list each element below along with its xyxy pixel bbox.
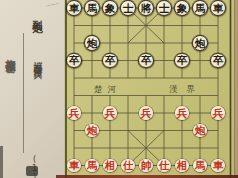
piece-red-r9c7: 馬 bbox=[193, 159, 207, 173]
book-title: 梅花谱探秘 bbox=[3, 51, 17, 56]
board-intersection: 卒 bbox=[209, 52, 227, 70]
board-intersection bbox=[119, 17, 137, 35]
board-intersection: 車 bbox=[65, 157, 83, 175]
board-intersection bbox=[209, 122, 227, 140]
variation-title: 巡河车双车守河口换兵 bbox=[31, 54, 44, 64]
board-intersection: 仕 bbox=[119, 157, 137, 175]
pieces-grid: 車馬象士將士象馬車炮炮卒卒卒卒卒兵兵兵兵兵炮炮車馬相仕帥仕相馬車 bbox=[65, 0, 227, 174]
page-bottom-edge bbox=[56, 175, 238, 178]
piece-black-r0c5: 士 bbox=[156, 0, 172, 16]
board-intersection bbox=[155, 104, 173, 122]
board-intersection: 車 bbox=[209, 0, 227, 17]
board-intersection bbox=[137, 122, 155, 140]
board-intersection: 仕 bbox=[155, 157, 173, 175]
board-intersection: 兵 bbox=[137, 104, 155, 122]
board-intersection bbox=[83, 69, 101, 87]
left-page-margin: 梅花谱探秘 列手炮 巡河车双车守河口换兵 (1) bbox=[0, 0, 66, 178]
board-intersection bbox=[101, 17, 119, 35]
board-intersection bbox=[83, 87, 101, 105]
board-intersection: 象 bbox=[173, 0, 191, 17]
board-intersection bbox=[191, 69, 209, 87]
board-intersection: 車 bbox=[209, 157, 227, 175]
board-intersection: 馬 bbox=[83, 157, 101, 175]
piece-black-r0c4: 將 bbox=[138, 0, 154, 16]
piece-black-r3c2: 卒 bbox=[102, 53, 118, 69]
board-intersection bbox=[83, 17, 101, 35]
board-intersection bbox=[83, 139, 101, 157]
piece-black-r3c4: 卒 bbox=[138, 53, 154, 69]
board-intersection bbox=[209, 139, 227, 157]
board-intersection: 兵 bbox=[101, 104, 119, 122]
board-intersection bbox=[155, 17, 173, 35]
board-intersection: 帥 bbox=[137, 157, 155, 175]
board-intersection bbox=[83, 52, 101, 70]
piece-black-r0c6: 象 bbox=[174, 0, 190, 16]
board-intersection: 將 bbox=[137, 0, 155, 17]
board-intersection: 卒 bbox=[101, 52, 119, 70]
board-intersection bbox=[173, 139, 191, 157]
board-intersection bbox=[119, 34, 137, 52]
board-intersection bbox=[173, 17, 191, 35]
board-intersection bbox=[137, 139, 155, 157]
piece-red-r6c4: 兵 bbox=[139, 106, 153, 120]
board-intersection bbox=[191, 139, 209, 157]
piece-black-r2c7: 炮 bbox=[192, 35, 208, 51]
board-intersection bbox=[65, 17, 83, 35]
piece-red-r7c1: 炮 bbox=[85, 124, 99, 138]
board-intersection bbox=[155, 139, 173, 157]
board-intersection bbox=[101, 122, 119, 140]
board-intersection bbox=[137, 34, 155, 52]
piece-black-r0c1: 馬 bbox=[84, 0, 100, 16]
board-intersection: 士 bbox=[119, 0, 137, 17]
board-intersection bbox=[209, 17, 227, 35]
piece-black-r3c0: 卒 bbox=[66, 53, 82, 69]
board-intersection bbox=[191, 87, 209, 105]
board-intersection bbox=[119, 87, 137, 105]
board-intersection bbox=[119, 69, 137, 87]
piece-red-r9c4: 帥 bbox=[139, 159, 153, 173]
piece-red-r9c5: 仕 bbox=[157, 159, 171, 173]
xiangqi-board: 楚河 漢界 車馬象士將士象馬車炮炮卒卒卒卒卒兵兵兵兵兵炮炮車馬相仕帥仕相馬車 bbox=[64, 0, 234, 178]
vertical-rule bbox=[23, 33, 24, 153]
board-intersection bbox=[209, 34, 227, 52]
board-intersection: 卒 bbox=[65, 52, 83, 70]
board-intersection: 炮 bbox=[83, 34, 101, 52]
piece-black-r3c6: 卒 bbox=[174, 53, 190, 69]
board-intersection bbox=[65, 87, 83, 105]
board-intersection bbox=[83, 104, 101, 122]
board-intersection: 象 bbox=[101, 0, 119, 17]
board-intersection bbox=[119, 139, 137, 157]
board-intersection bbox=[65, 69, 83, 87]
board-intersection: 馬 bbox=[83, 0, 101, 17]
board-intersection: 兵 bbox=[65, 104, 83, 122]
board-intersection: 炮 bbox=[191, 34, 209, 52]
board-intersection bbox=[173, 69, 191, 87]
piece-red-r9c0: 車 bbox=[67, 159, 81, 173]
board-intersection bbox=[173, 34, 191, 52]
board-intersection bbox=[155, 87, 173, 105]
board-intersection: 卒 bbox=[173, 52, 191, 70]
board-intersection: 炮 bbox=[83, 122, 101, 140]
piece-red-r6c8: 兵 bbox=[211, 106, 225, 120]
board-intersection bbox=[65, 122, 83, 140]
piece-black-r3c8: 卒 bbox=[210, 53, 226, 69]
piece-red-r9c2: 相 bbox=[103, 159, 117, 173]
piece-red-r7c7: 炮 bbox=[193, 124, 207, 138]
board-intersection: 卒 bbox=[137, 52, 155, 70]
opening-title: 列手炮 bbox=[30, 12, 44, 17]
piece-black-r0c7: 馬 bbox=[192, 0, 208, 16]
board-intersection: 士 bbox=[155, 0, 173, 17]
scanned-book-page: 梅花谱探秘 列手炮 巡河车双车守河口换兵 (1) bbox=[0, 0, 238, 178]
piece-red-r9c1: 馬 bbox=[85, 159, 99, 173]
board-intersection: 相 bbox=[173, 157, 191, 175]
piece-red-r6c0: 兵 bbox=[67, 106, 81, 120]
board-intersection bbox=[101, 69, 119, 87]
piece-red-r9c3: 仕 bbox=[121, 159, 135, 173]
piece-red-r9c6: 相 bbox=[175, 159, 189, 173]
board-intersection bbox=[137, 69, 155, 87]
board-intersection bbox=[119, 104, 137, 122]
board-intersection: 馬 bbox=[191, 0, 209, 17]
piece-black-r2c1: 炮 bbox=[84, 35, 100, 51]
piece-black-r0c8: 車 bbox=[210, 0, 226, 16]
piece-red-r6c6: 兵 bbox=[175, 106, 189, 120]
board-intersection: 車 bbox=[65, 0, 83, 17]
board-intersection bbox=[119, 52, 137, 70]
board-intersection: 兵 bbox=[173, 104, 191, 122]
piece-red-r9c8: 車 bbox=[211, 159, 225, 173]
piece-red-r6c2: 兵 bbox=[103, 106, 117, 120]
page-ink-blob bbox=[26, 166, 38, 176]
board-intersection bbox=[155, 34, 173, 52]
board-intersection: 相 bbox=[101, 157, 119, 175]
board-intersection bbox=[101, 139, 119, 157]
page-right-edge bbox=[234, 0, 238, 178]
board-intersection bbox=[191, 104, 209, 122]
board-intersection bbox=[137, 17, 155, 35]
board-intersection bbox=[137, 87, 155, 105]
board-intersection bbox=[173, 122, 191, 140]
board-intersection bbox=[209, 87, 227, 105]
board-intersection bbox=[191, 52, 209, 70]
board-intersection bbox=[65, 34, 83, 52]
board-intersection bbox=[209, 69, 227, 87]
board-intersection bbox=[155, 52, 173, 70]
board-intersection bbox=[155, 122, 173, 140]
piece-black-r0c3: 士 bbox=[120, 0, 136, 16]
board-intersection: 炮 bbox=[191, 122, 209, 140]
piece-black-r0c2: 象 bbox=[102, 0, 118, 16]
page-ink-smear bbox=[0, 146, 3, 178]
board-intersection: 馬 bbox=[191, 157, 209, 175]
board-intersection bbox=[101, 34, 119, 52]
board-intersection bbox=[101, 87, 119, 105]
piece-black-r0c0: 車 bbox=[66, 0, 82, 16]
board-intersection bbox=[191, 17, 209, 35]
board-intersection bbox=[119, 122, 137, 140]
board-intersection bbox=[173, 87, 191, 105]
board-intersection bbox=[65, 139, 83, 157]
board-intersection: 兵 bbox=[209, 104, 227, 122]
board-intersection bbox=[155, 69, 173, 87]
